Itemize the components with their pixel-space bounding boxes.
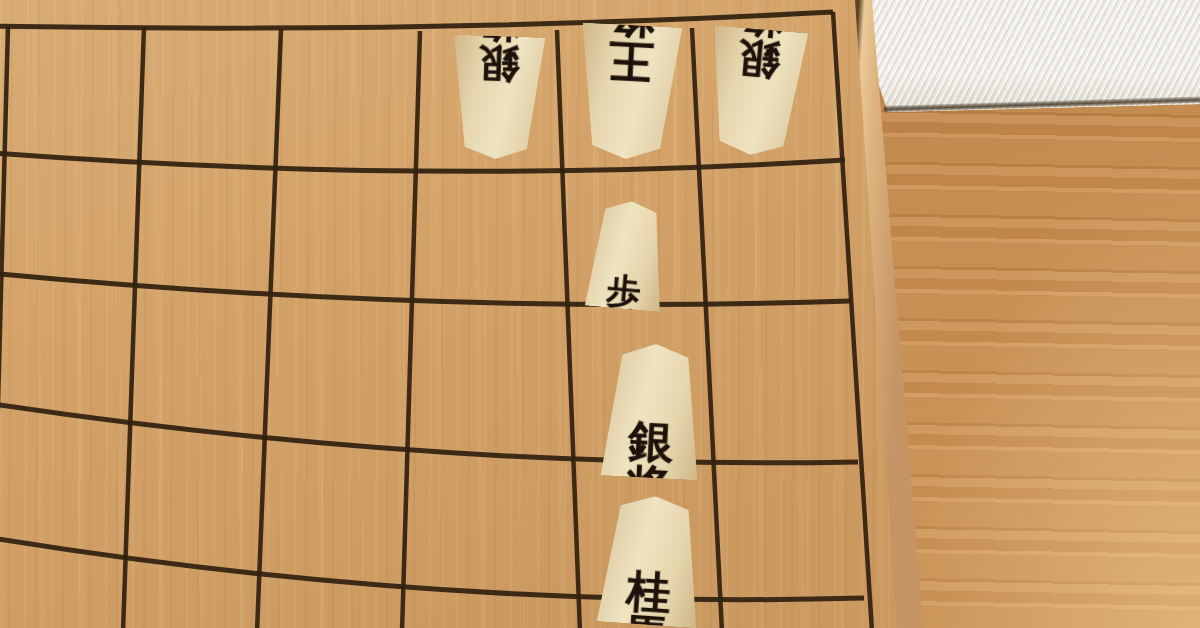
piece-kanji: 銀 bbox=[736, 36, 782, 82]
piece-kanji: 桂 bbox=[625, 569, 672, 616]
piece-kanji: 歩 bbox=[605, 273, 642, 310]
piece-kanji: 銀 bbox=[477, 43, 519, 85]
piece-kanji: 銀 bbox=[627, 419, 674, 466]
shogi-photo-scene: 銀 将 王 将 銀 将 歩 兵 銀 将 桂 馬 bbox=[0, 0, 1200, 628]
piece-kanji: 王 bbox=[607, 37, 654, 84]
